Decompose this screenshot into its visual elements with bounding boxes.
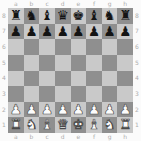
square-f4[interactable] bbox=[86, 71, 102, 87]
rank-label-1: 1 bbox=[133, 117, 141, 133]
file-label-e: e bbox=[71, 0, 87, 8]
file-label-h: h bbox=[117, 133, 133, 141]
square-d4[interactable] bbox=[55, 71, 71, 87]
piece-white-knight[interactable]: ♞ bbox=[25, 118, 37, 132]
square-d5[interactable] bbox=[55, 55, 71, 71]
file-label-a: a bbox=[8, 0, 24, 8]
square-c4[interactable] bbox=[39, 71, 55, 87]
piece-black-pawn[interactable]: ♟ bbox=[10, 24, 22, 38]
square-f6[interactable] bbox=[86, 39, 102, 55]
rank-label-3: 3 bbox=[133, 86, 141, 102]
square-b2[interactable]: ♟ bbox=[24, 102, 40, 118]
piece-white-pawn[interactable]: ♟ bbox=[41, 102, 53, 116]
piece-black-knight[interactable]: ♞ bbox=[25, 9, 37, 23]
rank-label-3: 3 bbox=[0, 86, 8, 102]
square-a3[interactable] bbox=[8, 86, 24, 102]
rank-label-8: 8 bbox=[0, 8, 8, 24]
square-c7[interactable]: ♟ bbox=[39, 24, 55, 40]
square-g8[interactable]: ♞ bbox=[102, 8, 118, 24]
piece-black-pawn[interactable]: ♟ bbox=[25, 24, 37, 38]
file-label-f: f bbox=[86, 0, 102, 8]
rank-label-6: 6 bbox=[133, 39, 141, 55]
file-label-g: g bbox=[102, 133, 118, 141]
piece-white-rook[interactable]: ♜ bbox=[119, 118, 131, 132]
square-h7[interactable]: ♟ bbox=[117, 24, 133, 40]
rank-label-5: 5 bbox=[0, 55, 8, 71]
rank-labels-left: 87654321 bbox=[0, 8, 8, 133]
square-g3[interactable] bbox=[102, 86, 118, 102]
square-d6[interactable] bbox=[55, 39, 71, 55]
rank-label-6: 6 bbox=[0, 39, 8, 55]
rank-label-7: 7 bbox=[0, 24, 8, 40]
piece-black-pawn[interactable]: ♟ bbox=[72, 24, 84, 38]
file-labels-top: abcdefgh bbox=[8, 0, 133, 8]
piece-black-pawn[interactable]: ♟ bbox=[119, 24, 131, 38]
square-e1[interactable]: ♚ bbox=[71, 117, 87, 133]
rank-label-8: 8 bbox=[133, 8, 141, 24]
square-d2[interactable]: ♟ bbox=[55, 102, 71, 118]
square-c6[interactable] bbox=[39, 39, 55, 55]
square-f3[interactable] bbox=[86, 86, 102, 102]
square-h3[interactable] bbox=[117, 86, 133, 102]
square-f2[interactable]: ♟ bbox=[86, 102, 102, 118]
square-e2[interactable]: ♟ bbox=[71, 102, 87, 118]
square-d7[interactable]: ♟ bbox=[55, 24, 71, 40]
square-e6[interactable] bbox=[71, 39, 87, 55]
file-label-h: h bbox=[117, 0, 133, 8]
rank-label-4: 4 bbox=[133, 71, 141, 87]
piece-white-queen[interactable]: ♛ bbox=[57, 118, 69, 132]
square-a5[interactable] bbox=[8, 55, 24, 71]
piece-white-pawn[interactable]: ♟ bbox=[10, 102, 22, 116]
square-b5[interactable] bbox=[24, 55, 40, 71]
piece-white-pawn[interactable]: ♟ bbox=[119, 102, 131, 116]
file-label-c: c bbox=[39, 133, 55, 141]
square-f8[interactable]: ♝ bbox=[86, 8, 102, 24]
square-h4[interactable] bbox=[117, 71, 133, 87]
square-a6[interactable] bbox=[8, 39, 24, 55]
square-h8[interactable]: ♜ bbox=[117, 8, 133, 24]
piece-black-pawn[interactable]: ♟ bbox=[57, 24, 69, 38]
piece-black-pawn[interactable]: ♟ bbox=[104, 24, 116, 38]
square-g2[interactable]: ♟ bbox=[102, 102, 118, 118]
square-e7[interactable]: ♟ bbox=[71, 24, 87, 40]
piece-black-queen[interactable]: ♛ bbox=[57, 9, 69, 23]
square-d1[interactable]: ♛ bbox=[55, 117, 71, 133]
file-label-a: a bbox=[8, 133, 24, 141]
chess-board-window: abcdefgh abcdefgh 87654321 87654321 ♜♞♝♛… bbox=[0, 0, 141, 141]
rank-label-2: 2 bbox=[133, 102, 141, 118]
piece-white-pawn[interactable]: ♟ bbox=[57, 102, 69, 116]
piece-white-knight[interactable]: ♞ bbox=[104, 118, 116, 132]
file-label-g: g bbox=[102, 0, 118, 8]
square-d8[interactable]: ♛ bbox=[55, 8, 71, 24]
square-h1[interactable]: ♜ bbox=[117, 117, 133, 133]
square-e5[interactable] bbox=[71, 55, 87, 71]
square-g4[interactable] bbox=[102, 71, 118, 87]
piece-white-pawn[interactable]: ♟ bbox=[104, 102, 116, 116]
square-b7[interactable]: ♟ bbox=[24, 24, 40, 40]
piece-white-king[interactable]: ♚ bbox=[72, 118, 84, 132]
square-c8[interactable]: ♝ bbox=[39, 8, 55, 24]
square-c5[interactable] bbox=[39, 55, 55, 71]
rank-label-2: 2 bbox=[0, 102, 8, 118]
piece-black-knight[interactable]: ♞ bbox=[104, 9, 116, 23]
file-labels-bottom: abcdefgh bbox=[8, 133, 133, 141]
square-a8[interactable]: ♜ bbox=[8, 8, 24, 24]
piece-white-pawn[interactable]: ♟ bbox=[88, 102, 100, 116]
square-b6[interactable] bbox=[24, 39, 40, 55]
square-e4[interactable] bbox=[71, 71, 87, 87]
piece-black-bishop[interactable]: ♝ bbox=[88, 9, 100, 23]
square-d3[interactable] bbox=[55, 86, 71, 102]
chess-board: ♜♞♝♛♚♝♞♜♟♟♟♟♟♟♟♟♟♟♟♟♟♟♟♟♜♞♝♛♚♝♞♜ bbox=[8, 8, 133, 133]
file-label-d: d bbox=[55, 133, 71, 141]
square-h2[interactable]: ♟ bbox=[117, 102, 133, 118]
square-a4[interactable] bbox=[8, 71, 24, 87]
square-f7[interactable]: ♟ bbox=[86, 24, 102, 40]
piece-black-pawn[interactable]: ♟ bbox=[41, 24, 53, 38]
square-b8[interactable]: ♞ bbox=[24, 8, 40, 24]
rank-labels-right: 87654321 bbox=[133, 8, 141, 133]
piece-black-rook[interactable]: ♜ bbox=[10, 9, 22, 23]
rank-label-5: 5 bbox=[133, 55, 141, 71]
square-h5[interactable] bbox=[117, 55, 133, 71]
file-label-d: d bbox=[55, 0, 71, 8]
square-g6[interactable] bbox=[102, 39, 118, 55]
square-e3[interactable] bbox=[71, 86, 87, 102]
square-a7[interactable]: ♟ bbox=[8, 24, 24, 40]
square-g7[interactable]: ♟ bbox=[102, 24, 118, 40]
file-label-c: c bbox=[39, 0, 55, 8]
square-c3[interactable] bbox=[39, 86, 55, 102]
square-b1[interactable]: ♞ bbox=[24, 117, 40, 133]
square-e8[interactable]: ♚ bbox=[71, 8, 87, 24]
square-g5[interactable] bbox=[102, 55, 118, 71]
file-label-e: e bbox=[71, 133, 87, 141]
piece-white-rook[interactable]: ♜ bbox=[10, 118, 22, 132]
square-f5[interactable] bbox=[86, 55, 102, 71]
square-b4[interactable] bbox=[24, 71, 40, 87]
rank-label-7: 7 bbox=[133, 24, 141, 40]
file-label-b: b bbox=[24, 0, 40, 8]
square-a2[interactable]: ♟ bbox=[8, 102, 24, 118]
square-g1[interactable]: ♞ bbox=[102, 117, 118, 133]
square-b3[interactable] bbox=[24, 86, 40, 102]
file-label-f: f bbox=[86, 133, 102, 141]
rank-label-4: 4 bbox=[0, 71, 8, 87]
rank-label-1: 1 bbox=[0, 117, 8, 133]
piece-black-rook[interactable]: ♜ bbox=[119, 9, 131, 23]
piece-black-king[interactable]: ♚ bbox=[72, 9, 84, 23]
square-a1[interactable]: ♜ bbox=[8, 117, 24, 133]
square-h6[interactable] bbox=[117, 39, 133, 55]
piece-black-bishop[interactable]: ♝ bbox=[41, 9, 53, 23]
piece-white-pawn[interactable]: ♟ bbox=[72, 102, 84, 116]
square-c2[interactable]: ♟ bbox=[39, 102, 55, 118]
square-c1[interactable]: ♝ bbox=[39, 117, 55, 133]
piece-white-bishop[interactable]: ♝ bbox=[41, 118, 53, 132]
square-f1[interactable]: ♝ bbox=[86, 117, 102, 133]
file-label-b: b bbox=[24, 133, 40, 141]
piece-white-pawn[interactable]: ♟ bbox=[25, 102, 37, 116]
piece-black-pawn[interactable]: ♟ bbox=[88, 24, 100, 38]
piece-white-bishop[interactable]: ♝ bbox=[88, 118, 100, 132]
